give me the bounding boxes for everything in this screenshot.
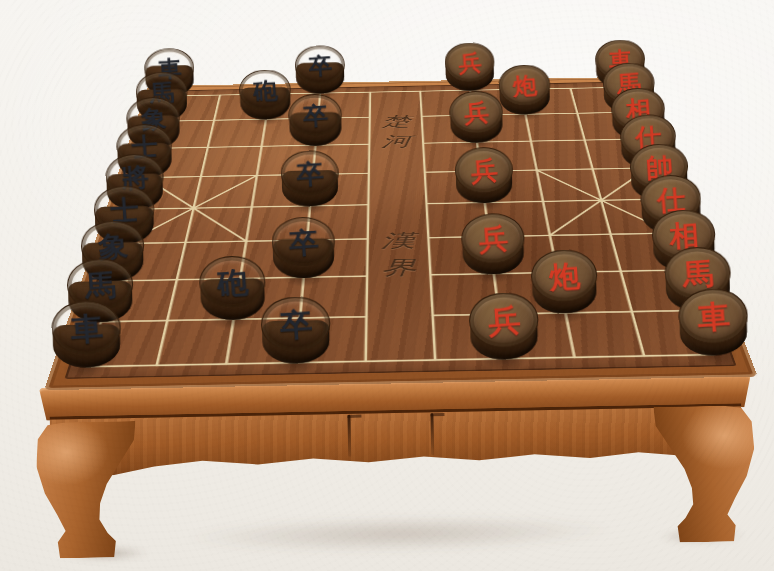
board-plane: 楚河 漢界 車馬象士將士象馬車砲砲卒卒卒卒卒兵兵兵兵兵炮炮車馬相仕帥仕相馬車 [44,77,758,391]
piece-black-chariot[interactable]: 車 [51,300,122,368]
piece-black-cannon[interactable]: 砲 [239,69,292,120]
river-label-han-jie: 漢界 [367,227,431,282]
table-apron [49,403,742,497]
piece-red-chariot[interactable]: 車 [678,288,749,356]
piece-red-soldier[interactable]: 兵 [444,42,495,91]
piece-red-cannon[interactable]: 炮 [499,64,552,115]
piece-glyph: 砲 [253,78,279,103]
piece-black-cannon[interactable]: 砲 [199,255,266,320]
piece-glyph: 兵 [470,156,499,184]
piece-black-soldier[interactable]: 卒 [260,296,331,364]
piece-glyph: 砲 [216,267,249,299]
piece-black-soldier[interactable]: 卒 [294,45,345,94]
piece-glyph: 炮 [512,73,538,98]
piece-glyph: 車 [696,299,730,332]
piece-red-soldier[interactable]: 兵 [455,146,514,203]
table-cast-shadow [89,502,708,566]
piece-glyph: 車 [69,311,103,344]
piece-glyph: 卒 [302,102,329,128]
piece-glyph: 馬 [84,269,117,301]
piece-glyph: 卒 [295,160,324,188]
piece-glyph: 馬 [681,258,714,290]
piece-glyph: 卒 [307,53,332,77]
piece-glyph: 卒 [278,307,312,340]
piece-red-cannon[interactable]: 炮 [531,249,598,314]
piece-glyph: 卒 [287,227,318,257]
piece-glyph: 象 [97,231,128,261]
piece-red-soldier[interactable]: 兵 [449,90,504,143]
wood-grain-texture [49,406,742,497]
photo-stage: 楚河 漢界 車馬象士將士象馬車砲砲卒卒卒卒卒兵兵兵兵兵炮炮車馬相仕帥仕相馬車 [0,0,774,571]
piece-red-soldier[interactable]: 兵 [461,213,525,275]
piece-black-soldier[interactable]: 卒 [280,150,339,207]
piece-glyph: 兵 [487,303,521,336]
piece-black-soldier[interactable]: 卒 [288,93,343,146]
piece-glyph: 兵 [457,50,482,74]
piece-glyph: 炮 [548,260,581,292]
piece-red-soldier[interactable]: 兵 [469,292,540,360]
river-label-chu-he: 楚河 [369,112,423,153]
piece-glyph: 相 [668,220,699,250]
piece-black-soldier[interactable]: 卒 [271,216,335,278]
xiangqi-table: 楚河 漢界 車馬象士將士象馬車砲砲卒卒卒卒卒兵兵兵兵兵炮炮車馬相仕帥仕相馬車 [0,0,774,571]
piece-glyph: 兵 [477,223,508,253]
piece-glyph: 兵 [463,99,490,125]
